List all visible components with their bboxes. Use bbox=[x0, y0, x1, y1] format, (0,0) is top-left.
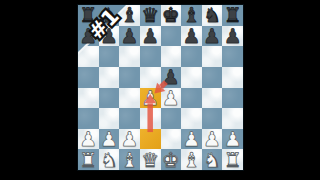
square-h2[interactable]: ♟ bbox=[222, 129, 243, 150]
square-e8[interactable]: ♚ bbox=[161, 5, 182, 26]
white-knight-g1[interactable]: ♞ bbox=[202, 149, 223, 170]
square-a3[interactable] bbox=[78, 108, 99, 129]
white-pawn-b2[interactable]: ♟ bbox=[99, 129, 120, 150]
white-king-e1[interactable]: ♚ bbox=[161, 149, 182, 170]
square-d7[interactable]: ♟ bbox=[140, 26, 161, 47]
square-g7[interactable]: ♟ bbox=[202, 26, 223, 47]
square-f4[interactable] bbox=[181, 88, 202, 109]
white-bishop-f1[interactable]: ♝ bbox=[181, 149, 202, 170]
square-d4[interactable]: ♟ bbox=[140, 88, 161, 109]
square-e2[interactable] bbox=[161, 129, 182, 150]
square-f3[interactable] bbox=[181, 108, 202, 129]
white-pawn-c2[interactable]: ♟ bbox=[119, 129, 140, 150]
square-d5[interactable] bbox=[140, 67, 161, 88]
black-pawn-h7[interactable]: ♟ bbox=[222, 26, 243, 47]
square-g6[interactable] bbox=[202, 46, 223, 67]
square-e4[interactable]: ♟ bbox=[161, 88, 182, 109]
square-f5[interactable] bbox=[181, 67, 202, 88]
white-bishop-c1[interactable]: ♝ bbox=[119, 149, 140, 170]
white-pawn-a2[interactable]: ♟ bbox=[78, 129, 99, 150]
square-h3[interactable] bbox=[222, 108, 243, 129]
square-h7[interactable]: ♟ bbox=[222, 26, 243, 47]
square-g2[interactable]: ♟ bbox=[202, 129, 223, 150]
square-c4[interactable] bbox=[119, 88, 140, 109]
square-a5[interactable] bbox=[78, 67, 99, 88]
black-rook-h8[interactable]: ♜ bbox=[222, 5, 243, 26]
square-h4[interactable] bbox=[222, 88, 243, 109]
square-h8[interactable]: ♜ bbox=[222, 5, 243, 26]
white-pawn-g2[interactable]: ♟ bbox=[202, 129, 223, 150]
video-frame: #1 #1 ♜♞♝♛♚♝♞♜♟♟♟♟♟♟♟♟♟♟♟♟♟♟♟♟♜♞♝♛♚♝♞♜ bbox=[0, 0, 320, 180]
black-bishop-f8[interactable]: ♝ bbox=[181, 5, 202, 26]
black-pawn-c7[interactable]: ♟ bbox=[119, 26, 140, 47]
black-pawn-f7[interactable]: ♟ bbox=[181, 26, 202, 47]
square-a4[interactable] bbox=[78, 88, 99, 109]
square-d3[interactable] bbox=[140, 108, 161, 129]
square-h5[interactable] bbox=[222, 67, 243, 88]
square-b1[interactable]: ♞ bbox=[99, 149, 120, 170]
square-h1[interactable]: ♜ bbox=[222, 149, 243, 170]
square-a1[interactable]: ♜ bbox=[78, 149, 99, 170]
black-pawn-g7[interactable]: ♟ bbox=[202, 26, 223, 47]
white-rook-a1[interactable]: ♜ bbox=[78, 149, 99, 170]
square-d6[interactable] bbox=[140, 46, 161, 67]
black-queen-d8[interactable]: ♛ bbox=[140, 5, 161, 26]
square-c7[interactable]: ♟ bbox=[119, 26, 140, 47]
square-b2[interactable]: ♟ bbox=[99, 129, 120, 150]
white-rook-h1[interactable]: ♜ bbox=[222, 149, 243, 170]
square-f2[interactable]: ♟ bbox=[181, 129, 202, 150]
square-e5[interactable]: ♟ bbox=[161, 67, 182, 88]
square-g3[interactable] bbox=[202, 108, 223, 129]
square-d2[interactable] bbox=[140, 129, 161, 150]
square-d1[interactable]: ♛ bbox=[140, 149, 161, 170]
black-knight-g8[interactable]: ♞ bbox=[202, 5, 223, 26]
white-queen-d1[interactable]: ♛ bbox=[140, 149, 161, 170]
square-e7[interactable] bbox=[161, 26, 182, 47]
square-f1[interactable]: ♝ bbox=[181, 149, 202, 170]
square-f8[interactable]: ♝ bbox=[181, 5, 202, 26]
square-e3[interactable] bbox=[161, 108, 182, 129]
white-pawn-e4[interactable]: ♟ bbox=[161, 88, 182, 109]
square-e6[interactable] bbox=[161, 46, 182, 67]
square-e1[interactable]: ♚ bbox=[161, 149, 182, 170]
black-pawn-d7[interactable]: ♟ bbox=[140, 26, 161, 47]
white-pawn-d4[interactable]: ♟ bbox=[140, 88, 161, 109]
square-g4[interactable] bbox=[202, 88, 223, 109]
square-c5[interactable] bbox=[119, 67, 140, 88]
square-b4[interactable] bbox=[99, 88, 120, 109]
square-b6[interactable] bbox=[99, 46, 120, 67]
square-g1[interactable]: ♞ bbox=[202, 149, 223, 170]
square-g5[interactable] bbox=[202, 67, 223, 88]
square-d8[interactable]: ♛ bbox=[140, 5, 161, 26]
square-c3[interactable] bbox=[119, 108, 140, 129]
square-c1[interactable]: ♝ bbox=[119, 149, 140, 170]
square-g8[interactable]: ♞ bbox=[202, 5, 223, 26]
square-b3[interactable] bbox=[99, 108, 120, 129]
square-a2[interactable]: ♟ bbox=[78, 129, 99, 150]
white-knight-b1[interactable]: ♞ bbox=[99, 149, 120, 170]
black-pawn-e5[interactable]: ♟ bbox=[161, 67, 182, 88]
square-f7[interactable]: ♟ bbox=[181, 26, 202, 47]
white-pawn-f2[interactable]: ♟ bbox=[181, 129, 202, 150]
white-pawn-h2[interactable]: ♟ bbox=[222, 129, 243, 150]
square-f6[interactable] bbox=[181, 46, 202, 67]
square-h6[interactable] bbox=[222, 46, 243, 67]
square-c2[interactable]: ♟ bbox=[119, 129, 140, 150]
chess-board: #1 #1 ♜♞♝♛♚♝♞♜♟♟♟♟♟♟♟♟♟♟♟♟♟♟♟♟♜♞♝♛♚♝♞♜ bbox=[78, 5, 243, 170]
square-c6[interactable] bbox=[119, 46, 140, 67]
black-king-e8[interactable]: ♚ bbox=[161, 5, 182, 26]
square-b5[interactable] bbox=[99, 67, 120, 88]
